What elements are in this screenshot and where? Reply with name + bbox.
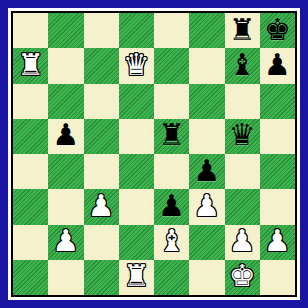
square-f3[interactable]: ♟ <box>189 189 224 224</box>
square-a5[interactable] <box>13 119 48 154</box>
piece-white-pawn[interactable]: ♟ <box>88 191 115 221</box>
piece-white-pawn[interactable]: ♟ <box>52 226 79 256</box>
square-f7[interactable] <box>189 48 224 83</box>
square-d5[interactable] <box>119 119 154 154</box>
piece-black-king[interactable]: ♚ <box>264 15 291 45</box>
square-g1[interactable]: ♚ <box>225 260 260 295</box>
square-b8[interactable] <box>48 13 83 48</box>
square-c5[interactable] <box>84 119 119 154</box>
square-a1[interactable] <box>13 260 48 295</box>
square-c2[interactable] <box>84 225 119 260</box>
square-b4[interactable] <box>48 154 83 189</box>
piece-black-pawn[interactable]: ♟ <box>52 120 79 150</box>
square-f4[interactable]: ♟ <box>189 154 224 189</box>
piece-black-pawn[interactable]: ♟ <box>193 156 220 186</box>
square-g7[interactable]: ♝ <box>225 48 260 83</box>
square-d6[interactable] <box>119 84 154 119</box>
square-b3[interactable] <box>48 189 83 224</box>
square-a6[interactable] <box>13 84 48 119</box>
piece-white-pawn[interactable]: ♟ <box>229 226 256 256</box>
square-d3[interactable] <box>119 189 154 224</box>
square-c3[interactable]: ♟ <box>84 189 119 224</box>
square-g3[interactable] <box>225 189 260 224</box>
square-h5[interactable] <box>260 119 295 154</box>
piece-black-rook[interactable]: ♜ <box>158 120 185 150</box>
piece-white-bishop[interactable]: ♝ <box>158 226 185 256</box>
piece-white-pawn[interactable]: ♟ <box>264 226 291 256</box>
square-e2[interactable]: ♝ <box>154 225 189 260</box>
square-d4[interactable] <box>119 154 154 189</box>
square-h3[interactable] <box>260 189 295 224</box>
square-g2[interactable]: ♟ <box>225 225 260 260</box>
square-a4[interactable] <box>13 154 48 189</box>
square-h2[interactable]: ♟ <box>260 225 295 260</box>
square-b6[interactable] <box>48 84 83 119</box>
square-f8[interactable] <box>189 13 224 48</box>
square-e5[interactable]: ♜ <box>154 119 189 154</box>
square-f2[interactable] <box>189 225 224 260</box>
piece-black-rook[interactable]: ♜ <box>229 15 256 45</box>
piece-white-king[interactable]: ♚ <box>229 261 256 291</box>
square-a3[interactable] <box>13 189 48 224</box>
square-f6[interactable] <box>189 84 224 119</box>
piece-white-rook[interactable]: ♜ <box>123 261 150 291</box>
square-c8[interactable] <box>84 13 119 48</box>
square-e4[interactable] <box>154 154 189 189</box>
square-g4[interactable] <box>225 154 260 189</box>
square-f5[interactable] <box>189 119 224 154</box>
piece-black-pawn[interactable]: ♟ <box>158 191 185 221</box>
square-b1[interactable] <box>48 260 83 295</box>
square-g5[interactable]: ♛ <box>225 119 260 154</box>
square-c4[interactable] <box>84 154 119 189</box>
square-b2[interactable]: ♟ <box>48 225 83 260</box>
square-c1[interactable] <box>84 260 119 295</box>
piece-white-queen[interactable]: ♛ <box>123 50 150 80</box>
square-a7[interactable]: ♜ <box>13 48 48 83</box>
square-a2[interactable] <box>13 225 48 260</box>
board-white-frame: ♜♚♜♛♝♟♟♜♛♟♟♟♟♟♝♟♟♜♚ <box>8 8 300 300</box>
square-e6[interactable] <box>154 84 189 119</box>
square-h8[interactable]: ♚ <box>260 13 295 48</box>
square-d7[interactable]: ♛ <box>119 48 154 83</box>
square-c6[interactable] <box>84 84 119 119</box>
piece-black-bishop[interactable]: ♝ <box>229 50 256 80</box>
square-d2[interactable] <box>119 225 154 260</box>
piece-white-pawn[interactable]: ♟ <box>193 191 220 221</box>
piece-white-rook[interactable]: ♜ <box>17 50 44 80</box>
piece-black-queen[interactable]: ♛ <box>229 120 256 150</box>
square-d8[interactable] <box>119 13 154 48</box>
square-g6[interactable] <box>225 84 260 119</box>
chess-board: ♜♚♜♛♝♟♟♜♛♟♟♟♟♟♝♟♟♜♚ <box>13 13 295 295</box>
square-h4[interactable] <box>260 154 295 189</box>
square-h7[interactable]: ♟ <box>260 48 295 83</box>
square-h6[interactable] <box>260 84 295 119</box>
square-e3[interactable]: ♟ <box>154 189 189 224</box>
board-black-frame: ♜♚♜♛♝♟♟♜♛♟♟♟♟♟♝♟♟♜♚ <box>11 11 297 297</box>
square-h1[interactable] <box>260 260 295 295</box>
square-e7[interactable] <box>154 48 189 83</box>
square-c7[interactable] <box>84 48 119 83</box>
square-e1[interactable] <box>154 260 189 295</box>
square-b5[interactable]: ♟ <box>48 119 83 154</box>
square-b7[interactable] <box>48 48 83 83</box>
square-a8[interactable] <box>13 13 48 48</box>
square-d1[interactable]: ♜ <box>119 260 154 295</box>
square-e8[interactable] <box>154 13 189 48</box>
square-g8[interactable]: ♜ <box>225 13 260 48</box>
square-f1[interactable] <box>189 260 224 295</box>
board-outer-frame: ♜♚♜♛♝♟♟♜♛♟♟♟♟♟♝♟♟♜♚ <box>0 0 308 308</box>
piece-black-pawn[interactable]: ♟ <box>264 50 291 80</box>
